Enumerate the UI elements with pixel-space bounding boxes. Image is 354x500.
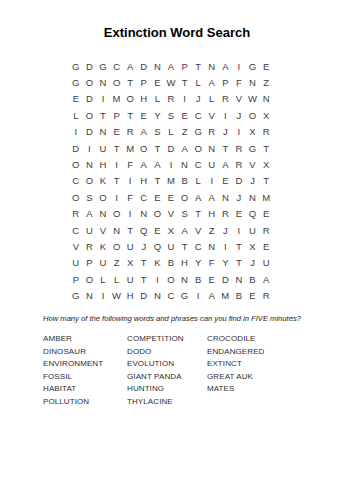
grid-cell: I — [110, 189, 124, 205]
grid-cell: L — [110, 271, 124, 287]
grid-cell: O — [110, 238, 124, 254]
grid-cell: Y — [151, 107, 165, 123]
grid-cell: N — [151, 58, 165, 74]
grid-cell: I — [96, 287, 110, 303]
grid-cell: J — [219, 222, 233, 238]
word-list-item: ENVIRONMENT — [43, 358, 127, 371]
grid-cell: I — [123, 206, 137, 222]
grid-cell: T — [151, 173, 165, 189]
grid-cell: T — [137, 271, 151, 287]
grid-cell: V — [191, 222, 205, 238]
grid-cell: I — [123, 173, 137, 189]
grid-cell: Y — [191, 255, 205, 271]
grid-cell: R — [259, 287, 273, 303]
grid-cell: V — [164, 206, 178, 222]
grid-cell: P — [83, 255, 97, 271]
word-list-item: THYLACINE — [127, 396, 207, 409]
grid-cell: C — [137, 189, 151, 205]
grid-cell: M — [110, 91, 124, 107]
grid-cell: N — [246, 189, 260, 205]
grid-cell: V — [246, 156, 260, 172]
grid-cell: Y — [219, 255, 233, 271]
grid-cell: A — [219, 156, 233, 172]
grid-cell: H — [137, 173, 151, 189]
grid-cell: N — [96, 74, 110, 90]
grid-cell: C — [191, 156, 205, 172]
grid-cell: W — [110, 287, 124, 303]
grid-cell: I — [83, 140, 97, 156]
grid-cell: E — [259, 238, 273, 254]
grid-cell: F — [232, 74, 246, 90]
grid-cell: N — [83, 156, 97, 172]
grid-cell: V — [69, 238, 83, 254]
grid-cell: I — [191, 287, 205, 303]
grid-cell: N — [232, 271, 246, 287]
word-list-item: COMPETITION — [127, 333, 207, 346]
grid-cell: V — [96, 222, 110, 238]
grid-cell: H — [205, 206, 219, 222]
grid-cell: D — [232, 173, 246, 189]
grid-cell: X — [259, 156, 273, 172]
grid-cell: I — [96, 91, 110, 107]
grid-cell: F — [123, 189, 137, 205]
grid-cell: B — [164, 255, 178, 271]
grid-cell: T — [191, 58, 205, 74]
grid-cell: L — [96, 271, 110, 287]
grid-cell: E — [219, 173, 233, 189]
grid-cell: E — [151, 222, 165, 238]
grid-cell: O — [151, 206, 165, 222]
grid-cell: P — [69, 271, 83, 287]
grid-cell: U — [205, 156, 219, 172]
grid-cell: R — [232, 156, 246, 172]
word-search-grid: GDGCADNAPTNAIGEGONOTPEWTLAPFNZEDIMOHLRIJ… — [69, 58, 273, 304]
grid-cell: P — [137, 74, 151, 90]
grid-cell: N — [137, 206, 151, 222]
grid-cell: B — [246, 271, 260, 287]
word-list-item: DODO — [127, 346, 207, 359]
grid-cell: O — [83, 74, 97, 90]
grid-cell: H — [123, 287, 137, 303]
grid-cell: I — [219, 238, 233, 254]
grid-cell: G — [69, 287, 83, 303]
grid-cell: J — [191, 91, 205, 107]
word-list-column-1: AMBERDINOSAURENVIRONMENTFOSSILHABITATPOL… — [43, 333, 127, 409]
grid-cell: S — [83, 189, 97, 205]
grid-cell: L — [191, 173, 205, 189]
grid-cell: N — [178, 271, 192, 287]
word-list-item: POLLUTION — [43, 396, 127, 409]
grid-cell: O — [83, 271, 97, 287]
grid-cell: Z — [205, 222, 219, 238]
grid-cell: N — [219, 189, 233, 205]
page-title: Extinction Word Search — [0, 26, 354, 40]
grid-cell: V — [232, 91, 246, 107]
grid-cell: Z — [259, 74, 273, 90]
grid-cell: L — [151, 91, 165, 107]
grid-cell: Q — [246, 206, 260, 222]
grid-cell: D — [164, 140, 178, 156]
grid-cell: I — [232, 124, 246, 140]
grid-cell: Q — [151, 238, 165, 254]
grid-cell: B — [191, 271, 205, 287]
grid-cell: E — [151, 189, 165, 205]
grid-cell: H — [96, 156, 110, 172]
grid-cell: J — [219, 124, 233, 140]
grid-cell: C — [191, 238, 205, 254]
grid-cell: X — [164, 222, 178, 238]
grid-cell: R — [205, 124, 219, 140]
grid-cell: G — [69, 58, 83, 74]
grid-cell: D — [219, 271, 233, 287]
grid-cell: N — [151, 287, 165, 303]
grid-cell: P — [110, 107, 124, 123]
grid-cell: W — [246, 91, 260, 107]
grid-cell: T — [123, 74, 137, 90]
grid-cell: K — [96, 238, 110, 254]
grid-cell: A — [205, 287, 219, 303]
grid-cell: X — [246, 124, 260, 140]
grid-cell: A — [205, 189, 219, 205]
word-list-item: GIANT PANDA — [127, 371, 207, 384]
grid-cell: M — [164, 173, 178, 189]
grid-cell: I — [205, 173, 219, 189]
grid-cell: I — [219, 107, 233, 123]
grid-cell: J — [232, 107, 246, 123]
grid-cell: D — [83, 91, 97, 107]
grid-cell: E — [137, 107, 151, 123]
grid-cell: K — [151, 255, 165, 271]
grid-cell: S — [164, 107, 178, 123]
grid-cell: N — [205, 238, 219, 254]
grid-cell: T — [123, 107, 137, 123]
grid-cell: V — [205, 107, 219, 123]
grid-cell: J — [137, 238, 151, 254]
grid-cell: A — [123, 58, 137, 74]
grid-cell: M — [259, 189, 273, 205]
word-list-item: HABITAT — [43, 383, 127, 396]
grid-cell: I — [69, 124, 83, 140]
grid-cell: U — [123, 271, 137, 287]
word-list-item: CROCODILE — [207, 333, 264, 346]
grid-cell: N — [178, 156, 192, 172]
grid-cell: C — [110, 58, 124, 74]
grid-cell: U — [164, 238, 178, 254]
grid-cell: N — [96, 124, 110, 140]
grid-cell: O — [191, 140, 205, 156]
word-list-item: HUNTING — [127, 383, 207, 396]
grid-cell: O — [110, 206, 124, 222]
grid-cell: X — [246, 238, 260, 254]
grid-cell: A — [137, 156, 151, 172]
grid-cell: G — [96, 58, 110, 74]
grid-cell: T — [259, 140, 273, 156]
grid-cell: F — [123, 156, 137, 172]
grid-cell: M — [219, 287, 233, 303]
grid-cell: O — [110, 74, 124, 90]
grid-cell: S — [178, 206, 192, 222]
grid-cell: U — [96, 255, 110, 271]
grid-cell: R — [219, 206, 233, 222]
grid-cell: R — [69, 206, 83, 222]
grid-cell: N — [246, 74, 260, 90]
word-list-item: ENDANGERED — [207, 346, 264, 359]
grid-cell: T — [137, 255, 151, 271]
grid-cell: O — [123, 91, 137, 107]
grid-cell: T — [232, 238, 246, 254]
grid-cell: R — [164, 91, 178, 107]
grid-cell: S — [151, 124, 165, 140]
grid-cell: T — [110, 140, 124, 156]
grid-cell: A — [178, 222, 192, 238]
grid-cell: E — [110, 124, 124, 140]
grid-cell: T — [110, 173, 124, 189]
grid-cell: D — [83, 124, 97, 140]
grid-cell: E — [232, 206, 246, 222]
grid-cell: D — [137, 58, 151, 74]
grid-cell: E — [246, 287, 260, 303]
grid-cell: U — [96, 140, 110, 156]
grid-cell: E — [69, 91, 83, 107]
grid-cell: T — [219, 140, 233, 156]
grid-cell: O — [178, 189, 192, 205]
grid-cell: L — [205, 91, 219, 107]
grid-cell: N — [96, 206, 110, 222]
grid-cell: E — [259, 206, 273, 222]
grid-cell: A — [164, 58, 178, 74]
grid-cell: Q — [137, 222, 151, 238]
grid-cell: R — [232, 140, 246, 156]
word-list-item: EVOLUTION — [127, 358, 207, 371]
grid-cell: L — [164, 124, 178, 140]
grid-cell: T — [123, 222, 137, 238]
grid-cell: I — [164, 156, 178, 172]
grid-cell: C — [164, 287, 178, 303]
word-list: AMBERDINOSAURENVIRONMENTFOSSILHABITATPOL… — [43, 333, 264, 409]
grid-cell: U — [83, 222, 97, 238]
grid-cell: T — [191, 206, 205, 222]
grid-cell: E — [205, 271, 219, 287]
grid-cell: U — [246, 222, 260, 238]
grid-cell: A — [83, 206, 97, 222]
grid-cell: R — [219, 91, 233, 107]
grid-cell: C — [69, 173, 83, 189]
grid-cell: J — [232, 189, 246, 205]
grid-cell: U — [123, 238, 137, 254]
grid-cell: O — [137, 140, 151, 156]
grid-cell: A — [205, 74, 219, 90]
grid-cell: T — [178, 238, 192, 254]
word-list-item: AMBER — [43, 333, 127, 346]
grid-cell: D — [137, 287, 151, 303]
grid-cell: E — [164, 189, 178, 205]
word-list-item: FOSSIL — [43, 371, 127, 384]
grid-cell: A — [219, 58, 233, 74]
grid-cell: O — [83, 107, 97, 123]
grid-cell: O — [246, 107, 260, 123]
grid-cell: A — [191, 189, 205, 205]
grid-cell: L — [191, 74, 205, 90]
grid-cell: U — [259, 255, 273, 271]
grid-cell: R — [83, 238, 97, 254]
grid-cell: O — [69, 156, 83, 172]
grid-cell: O — [69, 189, 83, 205]
worksheet-page: Extinction Word Search GDGCADNAPTNAIGEGO… — [0, 0, 354, 500]
grid-cell: B — [178, 173, 192, 189]
grid-cell: E — [151, 74, 165, 90]
grid-cell: E — [259, 58, 273, 74]
grid-cell: N — [83, 287, 97, 303]
grid-cell: I — [232, 58, 246, 74]
grid-cell: X — [123, 255, 137, 271]
word-list-item: EXTINCT — [207, 358, 264, 371]
grid-cell: T — [96, 107, 110, 123]
grid-cell: A — [137, 124, 151, 140]
grid-cell: G — [191, 124, 205, 140]
grid-cell: G — [178, 287, 192, 303]
word-list-item: GREAT AUK — [207, 371, 264, 384]
word-list-column-3: CROCODILEENDANGEREDEXTINCTGREAT AUKMATES — [207, 333, 264, 409]
grid-cell: Z — [178, 124, 192, 140]
grid-cell: P — [219, 74, 233, 90]
grid-cell: I — [110, 156, 124, 172]
grid-cell: A — [151, 156, 165, 172]
grid-cell: N — [259, 91, 273, 107]
grid-cell: G — [246, 58, 260, 74]
grid-cell: U — [69, 255, 83, 271]
grid-cell: M — [123, 140, 137, 156]
word-list-column-2: COMPETITIONDODOEVOLUTIONGIANT PANDAHUNTI… — [127, 333, 207, 409]
grid-cell: T — [178, 74, 192, 90]
grid-cell: H — [137, 91, 151, 107]
grid-cell: B — [232, 287, 246, 303]
grid-cell: L — [69, 107, 83, 123]
grid-cell: I — [151, 271, 165, 287]
word-list-item: MATES — [207, 383, 264, 396]
grid-cell: O — [96, 189, 110, 205]
grid-cell: Z — [110, 255, 124, 271]
grid-cell: I — [178, 91, 192, 107]
grid-cell: D — [69, 140, 83, 156]
grid-cell: J — [246, 173, 260, 189]
grid-cell: O — [164, 271, 178, 287]
grid-cell: O — [83, 173, 97, 189]
grid-cell: E — [178, 107, 192, 123]
grid-cell: H — [178, 255, 192, 271]
grid-cell: T — [259, 173, 273, 189]
grid-cell: F — [205, 255, 219, 271]
grid-cell: I — [232, 222, 246, 238]
grid-cell: D — [83, 58, 97, 74]
grid-cell: W — [164, 74, 178, 90]
grid-cell: R — [259, 222, 273, 238]
grid-cell: P — [178, 58, 192, 74]
grid-cell: C — [191, 107, 205, 123]
grid-cell: R — [259, 124, 273, 140]
grid-cell: G — [246, 140, 260, 156]
grid-cell: R — [123, 124, 137, 140]
grid-cell: N — [205, 58, 219, 74]
grid-cell: G — [69, 74, 83, 90]
grid-cell: J — [246, 255, 260, 271]
grid-cell: A — [178, 140, 192, 156]
grid-cell: T — [232, 255, 246, 271]
grid-cell: N — [205, 140, 219, 156]
grid-cell: N — [110, 222, 124, 238]
grid-cell: T — [151, 140, 165, 156]
grid-cell: K — [96, 173, 110, 189]
grid-cell: C — [69, 222, 83, 238]
word-list-item: DINOSAUR — [43, 346, 127, 359]
instruction-text: How many of the following words and phra… — [43, 314, 301, 323]
grid-cell: X — [259, 107, 273, 123]
grid-cell: A — [259, 271, 273, 287]
